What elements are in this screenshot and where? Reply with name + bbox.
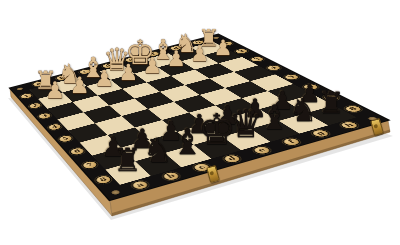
rank-label-6-right-medallion: 6: [302, 83, 320, 90]
file-label-f-near-medallion: f: [281, 137, 301, 146]
file-label-a-near-medallion: a: [131, 180, 150, 190]
rank-label-3-left-medallion: 3: [38, 113, 52, 120]
rank-label-6-left-medallion: 6: [69, 147, 85, 155]
rank-label-8-right-medallion: 8: [343, 105, 363, 113]
rank-label-8-left-medallion: 8: [94, 175, 112, 185]
file-label-h-near-medallion: h: [339, 121, 360, 129]
file-label-g-near-medallion: g: [310, 129, 331, 138]
rank-label-4-right-medallion: 4: [265, 65, 282, 71]
rank-label-7-left-medallion: 7: [81, 161, 98, 170]
file-label-d-near-medallion: d: [222, 154, 242, 163]
rank-label-7-right-medallion: 7: [322, 94, 341, 101]
rank-label-4-left-medallion: 4: [47, 123, 62, 130]
rank-label-2-left-medallion: 2: [28, 102, 42, 109]
rank-label-5-right-medallion: 5: [283, 74, 300, 81]
file-label-b-near-medallion: b: [162, 171, 181, 181]
rank-label-5-left-medallion: 5: [58, 135, 74, 143]
rank-label-1-left-medallion: 1: [20, 93, 33, 99]
chess-set-photo: abcdefgh1122334455667788abcdefgh ♜♞♝♚♛♝♞…: [0, 0, 400, 245]
rank-label-2-right-medallion: 2: [234, 48, 249, 54]
rank-label-1-right-medallion: 1: [219, 41, 234, 46]
rank-label-3-right-medallion: 3: [249, 56, 265, 62]
file-label-e-near-medallion: e: [252, 146, 272, 155]
